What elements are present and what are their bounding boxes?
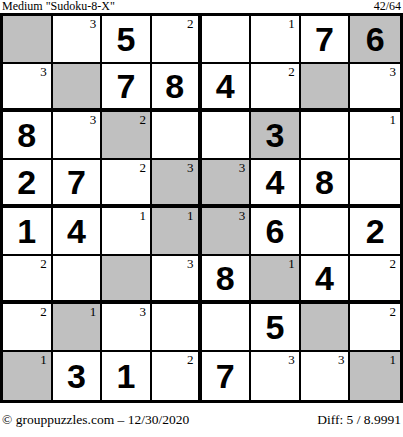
cell-r1c3[interactable]: 5 [102,16,152,64]
cell-r1c4[interactable]: 2 [152,16,202,64]
given-digit: 8 [301,160,349,204]
cell-r8c8[interactable]: 1 [350,352,400,400]
pencil-mark: 1 [288,256,295,271]
cell-r1c8[interactable]: 6 [350,16,400,64]
cell-r4c1[interactable]: 2 [3,160,53,208]
pencil-mark: 1 [40,352,47,367]
cell-r7c7[interactable] [301,304,351,352]
cell-r6c6[interactable]: 1 [251,256,301,304]
pencil-mark: 3 [90,16,97,31]
cell-r8c7[interactable]: 3 [301,352,351,400]
cell-r7c6[interactable]: 5 [251,304,301,352]
cell-r7c3[interactable]: 3 [102,304,152,352]
copyright-text: © grouppuzzles.com – 12/30/2020 [2,412,189,427]
footer: © grouppuzzles.com – 12/30/2020 Diff: 5 … [0,403,403,427]
pencil-mark: 3 [338,352,345,367]
cell-r8c2[interactable]: 3 [53,352,103,400]
cell-r5c4[interactable]: 1 [152,208,202,256]
cell-r1c2[interactable]: 3 [53,16,103,64]
pencil-mark: 3 [139,304,146,319]
pencil-mark: 2 [40,304,47,319]
cell-r3c2[interactable]: 3 [53,112,103,160]
cell-r6c8[interactable]: 2 [350,256,400,304]
given-digit: 8 [202,256,250,300]
given-digit: 4 [202,64,250,108]
page-title: Medium "Sudoku-8-X" [2,0,115,13]
cell-r2c2[interactable] [53,64,103,112]
cell-r3c1[interactable]: 8 [3,112,53,160]
cell-r2c7[interactable] [301,64,351,112]
cell-r4c3[interactable]: 2 [102,160,152,208]
cell-r5c6[interactable]: 6 [251,208,301,256]
pencil-mark: 2 [139,160,146,175]
cell-r2c8[interactable]: 3 [350,64,400,112]
given-digit: 8 [3,112,51,158]
cell-r7c1[interactable]: 2 [3,304,53,352]
pencil-mark: 2 [187,352,194,367]
pencil-mark: 2 [40,256,47,271]
cell-r2c1[interactable]: 3 [3,64,53,112]
cell-r3c4[interactable] [152,112,202,160]
header: Medium "Sudoku-8-X" 42/64 [0,0,403,13]
pencil-mark: 2 [187,16,194,31]
cell-r3c5[interactable] [202,112,252,160]
cell-r3c6[interactable]: 3 [251,112,301,160]
cell-r4c4[interactable]: 3 [152,160,202,208]
pencil-mark: 1 [288,16,295,31]
given-digit: 8 [152,64,198,108]
cell-r5c8[interactable]: 2 [350,208,400,256]
pencil-mark: 1 [390,352,397,367]
cell-r1c1[interactable] [3,16,53,64]
given-digit: 3 [251,112,299,158]
given-digit: 5 [251,304,299,350]
cell-r2c5[interactable]: 4 [202,64,252,112]
pencil-mark: 3 [187,160,194,175]
cell-r6c2[interactable] [53,256,103,304]
difficulty-text: Diff: 5 / 8.9991 [317,412,401,427]
cell-r4c6[interactable]: 4 [251,160,301,208]
cell-r4c2[interactable]: 7 [53,160,103,208]
cell-r6c5[interactable]: 8 [202,256,252,304]
pencil-mark: 2 [390,256,397,271]
cell-r5c7[interactable] [301,208,351,256]
pencil-mark: 3 [239,160,246,175]
cell-r1c6[interactable]: 1 [251,16,301,64]
given-digit: 1 [102,352,150,400]
sudoku-board: 3521763784238323127233481411362238142213… [0,13,403,403]
pencil-mark: 3 [390,64,397,79]
pencil-mark: 3 [90,112,97,127]
pencil-mark: 2 [139,112,146,127]
cell-r4c8[interactable] [350,160,400,208]
pencil-mark: 1 [90,304,97,319]
cell-r4c7[interactable]: 8 [301,160,351,208]
cell-r6c4[interactable]: 3 [152,256,202,304]
pencil-mark: 1 [139,208,146,223]
cell-r8c1[interactable]: 1 [3,352,53,400]
pencil-mark: 3 [239,208,246,223]
cell-r2c3[interactable]: 7 [102,64,152,112]
cell-r7c2[interactable]: 1 [53,304,103,352]
cell-r8c5[interactable]: 7 [202,352,252,400]
cell-r6c7[interactable]: 4 [301,256,351,304]
given-digit: 6 [350,16,400,62]
cell-r2c4[interactable]: 8 [152,64,202,112]
cell-r3c8[interactable]: 1 [350,112,400,160]
pencil-mark: 2 [288,64,295,79]
cell-r2c6[interactable]: 2 [251,64,301,112]
cell-r1c7[interactable]: 7 [301,16,351,64]
given-digit: 1 [3,208,51,254]
given-digit: 7 [102,64,150,108]
cell-r6c1[interactable]: 2 [3,256,53,304]
given-digit: 6 [251,208,299,254]
cell-r8c6[interactable]: 3 [251,352,301,400]
given-digit: 2 [3,160,51,204]
given-digit: 2 [350,208,400,254]
cell-r7c8[interactable]: 2 [350,304,400,352]
cell-r8c3[interactable]: 1 [102,352,152,400]
given-digit: 3 [53,352,101,400]
given-digit: 4 [251,160,299,204]
cell-r4c5[interactable]: 3 [202,160,252,208]
cell-r3c7[interactable] [301,112,351,160]
puzzle-page: Medium "Sudoku-8-X" 42/64 35217637842383… [0,0,403,437]
cell-r5c2[interactable]: 4 [53,208,103,256]
given-digit: 5 [102,16,150,62]
pencil-mark: 3 [187,256,194,271]
cell-r3c3[interactable]: 2 [102,112,152,160]
pencil-mark: 3 [40,64,47,79]
given-digit: 7 [53,160,101,204]
progress-counter: 42/64 [374,0,401,13]
given-digit: 4 [53,208,101,254]
cell-r6c3[interactable] [102,256,152,304]
cell-r8c4[interactable]: 2 [152,352,202,400]
pencil-mark: 2 [390,304,397,319]
given-digit: 4 [301,256,349,300]
cell-r1c5[interactable] [202,16,252,64]
cell-r5c1[interactable]: 1 [3,208,53,256]
pencil-mark: 1 [390,112,397,127]
cell-r5c5[interactable]: 3 [202,208,252,256]
cell-r7c4[interactable] [152,304,202,352]
cell-r7c5[interactable] [202,304,252,352]
given-digit: 7 [301,16,349,62]
cell-r5c3[interactable]: 1 [102,208,152,256]
pencil-mark: 1 [187,208,194,223]
given-digit: 7 [202,352,250,400]
pencil-mark: 3 [288,352,295,367]
